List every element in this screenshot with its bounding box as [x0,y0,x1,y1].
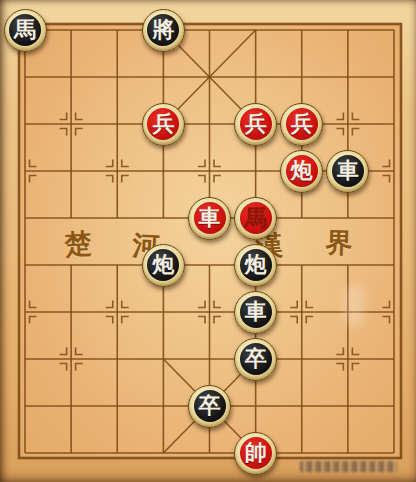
piece-glyph: 將 [152,18,174,40]
piece-black-soldier[interactable]: 卒 [234,338,277,381]
piece-red-soldier[interactable]: 兵 [142,103,185,146]
piece-glyph: 馬 [14,18,36,40]
board-grid[interactable]: 馬將兵兵兵炮車車馬炮炮車卒卒帥 [2,7,416,477]
blurred-watermark [300,461,397,472]
piece-disc: 卒 [194,390,226,422]
piece-glyph: 卒 [199,394,221,416]
piece-glyph: 車 [245,300,267,322]
piece-disc: 兵 [286,108,318,140]
piece-disc: 炮 [147,249,179,281]
piece-disc: 車 [194,202,226,234]
piece-glyph: 馬 [245,206,267,228]
piece-disc: 兵 [240,108,272,140]
piece-black-cannon[interactable]: 炮 [234,244,277,287]
piece-disc: 炮 [286,155,318,187]
piece-glyph: 炮 [152,253,174,275]
piece-black-chariot[interactable]: 車 [326,150,369,193]
piece-glyph: 兵 [245,112,267,134]
piece-disc: 帥 [240,437,272,469]
piece-disc: 馬 [9,14,41,46]
piece-disc: 車 [332,155,364,187]
xiangqi-app-screen: 楚 河 漢 界 馬將兵兵兵炮車車馬炮炮車卒卒帥 [0,0,416,482]
piece-glyph: 卒 [245,347,267,369]
piece-disc: 兵 [147,108,179,140]
piece-black-horse[interactable]: 馬 [4,9,47,52]
piece-glyph: 兵 [152,112,174,134]
piece-red-horse[interactable]: 馬 [234,197,277,240]
piece-disc: 馬 [240,202,272,234]
piece-glyph: 帥 [245,441,267,463]
piece-glyph: 車 [337,159,359,181]
piece-disc: 車 [240,296,272,328]
piece-glyph: 炮 [291,159,313,181]
piece-disc: 炮 [240,249,272,281]
piece-red-cannon[interactable]: 炮 [280,150,323,193]
piece-red-chariot[interactable]: 車 [188,197,231,240]
piece-red-soldier[interactable]: 兵 [234,103,277,146]
piece-black-soldier[interactable]: 卒 [188,385,231,428]
piece-red-general[interactable]: 帥 [234,432,277,475]
piece-black-cannon[interactable]: 炮 [142,244,185,287]
piece-black-chariot[interactable]: 車 [234,291,277,334]
piece-glyph: 炮 [245,253,267,275]
smudge-artifact [344,286,364,326]
piece-glyph: 兵 [291,112,313,134]
piece-disc: 將 [147,14,179,46]
piece-glyph: 車 [199,206,221,228]
piece-black-general[interactable]: 將 [142,9,185,52]
piece-red-soldier[interactable]: 兵 [280,103,323,146]
piece-disc: 卒 [240,343,272,375]
